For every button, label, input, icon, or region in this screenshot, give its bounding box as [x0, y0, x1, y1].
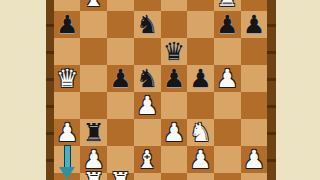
piece-wR-c1[interactable]: ♜ — [107, 168, 134, 180]
square-e1[interactable] — [161, 173, 188, 180]
square-d6[interactable] — [134, 38, 161, 65]
piece-bP-f5[interactable]: ♟ — [187, 65, 214, 92]
square-f7[interactable] — [187, 11, 214, 38]
square-g6[interactable] — [214, 38, 241, 65]
square-d5[interactable]: ♞ — [134, 65, 161, 92]
square-h6[interactable] — [241, 38, 268, 65]
square-e8[interactable] — [161, 0, 188, 11]
square-f1[interactable] — [187, 173, 214, 180]
piece-wP-f2[interactable]: ♟ — [187, 146, 214, 173]
piece-wP-g5[interactable]: ♟ — [214, 65, 241, 92]
square-c3[interactable] — [107, 119, 134, 146]
chess-board[interactable]: ♝♜♟♞♟♟♛♛♟♞♟♟♟♟♟♜♟♞♟♝♟♟♜♜ — [54, 0, 268, 180]
square-f5[interactable]: ♟ — [187, 65, 214, 92]
piece-wB-d2[interactable]: ♝ — [134, 146, 161, 173]
square-d3[interactable] — [134, 119, 161, 146]
piece-wB-b8[interactable]: ♝ — [80, 0, 107, 11]
square-h4[interactable] — [241, 92, 268, 119]
piece-bP-e5[interactable]: ♟ — [161, 65, 188, 92]
square-e2[interactable] — [161, 146, 188, 173]
square-b3[interactable]: ♜ — [80, 119, 107, 146]
square-f2[interactable]: ♟ — [187, 146, 214, 173]
square-a3[interactable]: ♟ — [54, 119, 81, 146]
piece-bP-a7[interactable]: ♟ — [54, 11, 81, 38]
square-g1[interactable] — [214, 173, 241, 180]
board-left-border — [46, 0, 54, 180]
piece-bP-c5[interactable]: ♟ — [107, 65, 134, 92]
square-h1[interactable] — [241, 173, 268, 180]
square-h2[interactable]: ♟ — [241, 146, 268, 173]
board-right-border — [267, 0, 275, 180]
square-e5[interactable]: ♟ — [161, 65, 188, 92]
piece-wP-d4[interactable]: ♟ — [134, 92, 161, 119]
square-f3[interactable]: ♞ — [187, 119, 214, 146]
square-h3[interactable] — [241, 119, 268, 146]
piece-bP-h7[interactable]: ♟ — [241, 11, 268, 38]
square-c7[interactable] — [107, 11, 134, 38]
piece-wN-f3[interactable]: ♞ — [187, 119, 214, 146]
piece-bN-d7[interactable]: ♞ — [134, 11, 161, 38]
square-a5[interactable]: ♛ — [54, 65, 81, 92]
square-d2[interactable]: ♝ — [134, 146, 161, 173]
square-f6[interactable] — [187, 38, 214, 65]
square-g2[interactable] — [214, 146, 241, 173]
square-f4[interactable] — [187, 92, 214, 119]
square-g4[interactable] — [214, 92, 241, 119]
square-c4[interactable] — [107, 92, 134, 119]
square-c1[interactable]: ♜ — [107, 173, 134, 180]
move-arrow-head — [59, 167, 75, 179]
square-d1[interactable] — [134, 173, 161, 180]
square-h7[interactable]: ♟ — [241, 11, 268, 38]
square-b5[interactable] — [80, 65, 107, 92]
square-h5[interactable] — [241, 65, 268, 92]
square-c6[interactable] — [107, 38, 134, 65]
piece-wQ-a5[interactable]: ♛ — [54, 65, 81, 92]
square-a7[interactable]: ♟ — [54, 11, 81, 38]
square-e4[interactable] — [161, 92, 188, 119]
piece-bN-d5[interactable]: ♞ — [134, 65, 161, 92]
square-c5[interactable]: ♟ — [107, 65, 134, 92]
square-a6[interactable] — [54, 38, 81, 65]
square-g5[interactable]: ♟ — [214, 65, 241, 92]
square-e3[interactable]: ♟ — [161, 119, 188, 146]
piece-bP-g7[interactable]: ♟ — [214, 11, 241, 38]
square-g7[interactable]: ♟ — [214, 11, 241, 38]
square-b4[interactable] — [80, 92, 107, 119]
square-b1[interactable]: ♜ — [80, 173, 107, 180]
piece-wP-e3[interactable]: ♟ — [161, 119, 188, 146]
square-g3[interactable] — [214, 119, 241, 146]
square-e7[interactable] — [161, 11, 188, 38]
square-f8[interactable] — [187, 0, 214, 11]
square-d7[interactable]: ♞ — [134, 11, 161, 38]
square-a4[interactable] — [54, 92, 81, 119]
piece-bR-b3[interactable]: ♜ — [80, 119, 107, 146]
square-c8[interactable] — [107, 0, 134, 11]
piece-wP-a3[interactable]: ♟ — [54, 119, 81, 146]
square-d4[interactable]: ♟ — [134, 92, 161, 119]
piece-wR-b1[interactable]: ♜ — [80, 168, 107, 180]
piece-wP-h2[interactable]: ♟ — [241, 146, 268, 173]
square-e6[interactable]: ♛ — [161, 38, 188, 65]
square-b6[interactable] — [80, 38, 107, 65]
move-arrow-shaft — [64, 145, 71, 169]
square-b8[interactable]: ♝ — [80, 0, 107, 11]
screenshot-root: ♝♜♟♞♟♟♛♛♟♞♟♟♟♟♟♜♟♞♟♝♟♟♜♜ — [0, 0, 320, 180]
square-b7[interactable] — [80, 11, 107, 38]
piece-bQ-e6[interactable]: ♛ — [161, 38, 188, 65]
